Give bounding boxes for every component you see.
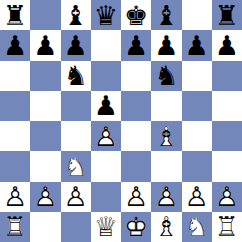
black-bishop-icon[interactable]: ♝ (151, 0, 181, 30)
chess-board: ♜♝♛♚♝♜♟♟♟♟♟♟♟♞♞♟♟♙♝♗♞♘♟♙♟♙♟♙♟♙♟♙♟♙♟♙♜♖♛♕… (0, 0, 242, 242)
square-g3[interactable] (182, 151, 212, 181)
black-pawn-icon[interactable]: ♟ (61, 30, 91, 60)
square-a6[interactable] (0, 61, 30, 91)
square-a3[interactable] (0, 151, 30, 181)
square-f4[interactable]: ♝♗ (151, 121, 181, 151)
square-h8[interactable]: ♜ (212, 0, 242, 30)
black-rook-icon[interactable]: ♜ (212, 0, 242, 30)
white-bishop-icon[interactable]: ♗ (151, 121, 181, 151)
square-e7[interactable]: ♟ (121, 30, 151, 60)
square-a4[interactable] (0, 121, 30, 151)
square-c2[interactable]: ♟♙ (61, 182, 91, 212)
square-g7[interactable]: ♟ (182, 30, 212, 60)
square-c8[interactable]: ♝ (61, 0, 91, 30)
square-f8[interactable]: ♝ (151, 0, 181, 30)
square-h2[interactable]: ♟♙ (212, 182, 242, 212)
square-h5[interactable] (212, 91, 242, 121)
square-a7[interactable]: ♟ (0, 30, 30, 60)
black-king-icon[interactable]: ♚ (121, 0, 151, 30)
square-a1[interactable]: ♜♖ (0, 212, 30, 242)
square-f3[interactable] (151, 151, 181, 181)
white-pawn-icon[interactable]: ♙ (151, 182, 181, 212)
square-c6[interactable]: ♞ (61, 61, 91, 91)
white-pawn-icon[interactable]: ♙ (0, 182, 30, 212)
black-pawn-icon[interactable]: ♟ (121, 30, 151, 60)
white-knight-icon[interactable]: ♘ (61, 151, 91, 181)
square-e4[interactable] (121, 121, 151, 151)
square-a5[interactable] (0, 91, 30, 121)
square-e8[interactable]: ♚ (121, 0, 151, 30)
square-d2[interactable] (91, 182, 121, 212)
square-e5[interactable] (121, 91, 151, 121)
square-d6[interactable] (91, 61, 121, 91)
black-pawn-icon[interactable]: ♟ (30, 30, 60, 60)
black-bishop-icon[interactable]: ♝ (61, 0, 91, 30)
square-g5[interactable] (182, 91, 212, 121)
square-c4[interactable] (61, 121, 91, 151)
square-c7[interactable]: ♟ (61, 30, 91, 60)
square-f2[interactable]: ♟♙ (151, 182, 181, 212)
square-b1[interactable] (30, 212, 60, 242)
square-g6[interactable] (182, 61, 212, 91)
square-f1[interactable]: ♝♗ (151, 212, 181, 242)
square-c5[interactable] (61, 91, 91, 121)
square-g8[interactable] (182, 0, 212, 30)
white-rook-icon[interactable]: ♖ (0, 212, 30, 242)
white-bishop-icon[interactable]: ♗ (151, 212, 181, 242)
white-queen-icon[interactable]: ♕ (91, 212, 121, 242)
square-a2[interactable]: ♟♙ (0, 182, 30, 212)
square-c1[interactable] (61, 212, 91, 242)
square-b4[interactable] (30, 121, 60, 151)
square-g4[interactable] (182, 121, 212, 151)
black-pawn-icon[interactable]: ♟ (182, 30, 212, 60)
black-knight-icon[interactable]: ♞ (61, 61, 91, 91)
square-b2[interactable]: ♟♙ (30, 182, 60, 212)
square-h7[interactable]: ♟ (212, 30, 242, 60)
white-knight-icon[interactable]: ♘ (182, 212, 212, 242)
square-e2[interactable]: ♟♙ (121, 182, 151, 212)
black-pawn-icon[interactable]: ♟ (91, 91, 121, 121)
square-d3[interactable] (91, 151, 121, 181)
square-g1[interactable]: ♞♘ (182, 212, 212, 242)
white-pawn-icon[interactable]: ♙ (182, 182, 212, 212)
square-e1[interactable]: ♚♔ (121, 212, 151, 242)
white-pawn-icon[interactable]: ♙ (121, 182, 151, 212)
square-b7[interactable]: ♟ (30, 30, 60, 60)
square-b3[interactable] (30, 151, 60, 181)
black-queen-icon[interactable]: ♛ (91, 0, 121, 30)
white-king-icon[interactable]: ♔ (121, 212, 151, 242)
square-f6[interactable]: ♞ (151, 61, 181, 91)
square-d7[interactable] (91, 30, 121, 60)
white-pawn-icon[interactable]: ♙ (212, 182, 242, 212)
square-f5[interactable] (151, 91, 181, 121)
square-f7[interactable]: ♟ (151, 30, 181, 60)
square-h4[interactable] (212, 121, 242, 151)
black-rook-icon[interactable]: ♜ (0, 0, 30, 30)
square-c3[interactable]: ♞♘ (61, 151, 91, 181)
square-d5[interactable]: ♟ (91, 91, 121, 121)
square-d1[interactable]: ♛♕ (91, 212, 121, 242)
square-b8[interactable] (30, 0, 60, 30)
black-pawn-icon[interactable]: ♟ (151, 30, 181, 60)
chess-board-container: ♜♝♛♚♝♜♟♟♟♟♟♟♟♞♞♟♟♙♝♗♞♘♟♙♟♙♟♙♟♙♟♙♟♙♟♙♜♖♛♕… (0, 0, 242, 242)
square-a8[interactable]: ♜ (0, 0, 30, 30)
white-pawn-icon[interactable]: ♙ (61, 182, 91, 212)
square-e3[interactable] (121, 151, 151, 181)
white-rook-icon[interactable]: ♖ (212, 212, 242, 242)
square-h1[interactable]: ♜♖ (212, 212, 242, 242)
square-d8[interactable]: ♛ (91, 0, 121, 30)
square-h3[interactable] (212, 151, 242, 181)
square-b6[interactable] (30, 61, 60, 91)
square-d4[interactable]: ♟♙ (91, 121, 121, 151)
black-pawn-icon[interactable]: ♟ (212, 30, 242, 60)
square-h6[interactable] (212, 61, 242, 91)
white-pawn-icon[interactable]: ♙ (91, 121, 121, 151)
square-e6[interactable] (121, 61, 151, 91)
square-g2[interactable]: ♟♙ (182, 182, 212, 212)
white-pawn-icon[interactable]: ♙ (30, 182, 60, 212)
black-pawn-icon[interactable]: ♟ (0, 30, 30, 60)
square-b5[interactable] (30, 91, 60, 121)
black-knight-icon[interactable]: ♞ (151, 61, 181, 91)
